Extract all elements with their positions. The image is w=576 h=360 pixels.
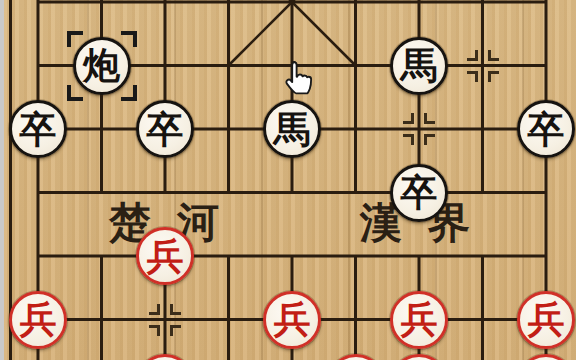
point-marker-corner xyxy=(403,113,414,124)
piece-red-soldier[interactable]: 兵 xyxy=(390,291,448,349)
point-marker-corner xyxy=(424,134,435,145)
piece-black-soldier[interactable]: 卒 xyxy=(136,100,194,158)
piece-red-soldier[interactable]: 兵 xyxy=(136,227,194,285)
point-marker-corner xyxy=(488,50,499,61)
point-marker-corner xyxy=(467,71,478,82)
point-marker-corner xyxy=(170,304,181,315)
hand-cursor-icon xyxy=(281,60,313,100)
piece-red-soldier[interactable]: 兵 xyxy=(263,291,321,349)
piece-black-horse[interactable]: 馬 xyxy=(263,100,321,158)
piece-black-soldier[interactable]: 卒 xyxy=(390,164,448,222)
piece-black-cannon[interactable]: 炮 xyxy=(73,37,131,95)
piece-black-soldier[interactable]: 卒 xyxy=(517,100,575,158)
point-marker-corner xyxy=(488,71,499,82)
point-marker-corner xyxy=(424,113,435,124)
piece-black-horse[interactable]: 馬 xyxy=(390,37,448,95)
point-marker-corner xyxy=(403,134,414,145)
point-marker-corner xyxy=(170,325,181,336)
piece-black-soldier[interactable]: 卒 xyxy=(9,100,67,158)
xiangqi-board: 楚河 漢界 炮馬馬卒卒卒卒兵兵兵兵兵 xyxy=(0,0,576,360)
point-marker-corner xyxy=(149,325,160,336)
piece-red-soldier[interactable]: 兵 xyxy=(517,291,575,349)
point-marker-corner xyxy=(467,50,478,61)
piece-red-soldier[interactable]: 兵 xyxy=(9,291,67,349)
point-marker-corner xyxy=(149,304,160,315)
